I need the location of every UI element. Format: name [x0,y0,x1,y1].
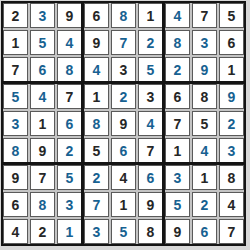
cell-r4c2[interactable]: 4 [30,84,55,109]
cell-r1c1[interactable]: 2 [3,3,28,28]
cell-r2c6[interactable]: 2 [138,30,163,55]
cell-r8c4[interactable]: 7 [84,192,109,217]
cell-r9c9[interactable]: 7 [219,219,244,244]
cell-r3c1[interactable]: 7 [3,57,28,82]
cell-r7c8[interactable]: 1 [192,165,217,190]
cell-r2c5[interactable]: 7 [111,30,136,55]
cell-r4c6[interactable]: 3 [138,84,163,109]
cell-r4c7[interactable]: 6 [165,84,190,109]
cell-r1c4[interactable]: 6 [84,3,109,28]
cell-r7c4[interactable]: 2 [84,165,109,190]
cell-r2c3[interactable]: 4 [57,30,82,55]
cell-r1c2[interactable]: 3 [30,3,55,28]
cell-r9c1[interactable]: 4 [3,219,28,244]
cell-r4c3[interactable]: 7 [57,84,82,109]
cell-r1c6[interactable]: 1 [138,3,163,28]
cell-r2c9[interactable]: 6 [219,30,244,55]
cell-r2c7[interactable]: 8 [165,30,190,55]
cell-r3c9[interactable]: 1 [219,57,244,82]
cell-r3c2[interactable]: 6 [30,57,55,82]
cell-r6c4[interactable]: 5 [84,138,109,163]
cell-r8c5[interactable]: 1 [111,192,136,217]
cell-r3c8[interactable]: 9 [192,57,217,82]
cell-r9c4[interactable]: 3 [84,219,109,244]
cell-r6c3[interactable]: 2 [57,138,82,163]
cell-r5c9[interactable]: 2 [219,111,244,136]
cell-r7c9[interactable]: 8 [219,165,244,190]
cell-r4c1[interactable]: 5 [3,84,28,109]
cell-r5c8[interactable]: 5 [192,111,217,136]
cell-r2c1[interactable]: 1 [3,30,28,55]
cell-r9c8[interactable]: 6 [192,219,217,244]
cell-r5c6[interactable]: 4 [138,111,163,136]
cell-r9c2[interactable]: 2 [30,219,55,244]
cell-r9c3[interactable]: 1 [57,219,82,244]
cell-r2c8[interactable]: 3 [192,30,217,55]
cell-r1c9[interactable]: 5 [219,3,244,28]
cell-r5c3[interactable]: 6 [57,111,82,136]
cell-r4c5[interactable]: 2 [111,84,136,109]
cell-r6c1[interactable]: 8 [3,138,28,163]
cell-r6c8[interactable]: 4 [192,138,217,163]
cell-r7c6[interactable]: 6 [138,165,163,190]
cell-r8c3[interactable]: 3 [57,192,82,217]
cell-r8c1[interactable]: 6 [3,192,28,217]
cell-r7c7[interactable]: 3 [165,165,190,190]
cell-r8c8[interactable]: 2 [192,192,217,217]
cell-r3c4[interactable]: 4 [84,57,109,82]
cell-r8c9[interactable]: 4 [219,192,244,217]
cell-r9c6[interactable]: 8 [138,219,163,244]
cell-r7c5[interactable]: 4 [111,165,136,190]
cell-r2c2[interactable]: 5 [30,30,55,55]
sudoku-page: 2396814751549728367684352915471236893168… [0,0,250,250]
cell-r8c6[interactable]: 9 [138,192,163,217]
cell-r3c6[interactable]: 5 [138,57,163,82]
cell-r6c7[interactable]: 1 [165,138,190,163]
cell-r5c4[interactable]: 8 [84,111,109,136]
cell-r3c5[interactable]: 3 [111,57,136,82]
cell-r1c8[interactable]: 7 [192,3,217,28]
cell-r5c2[interactable]: 1 [30,111,55,136]
cell-r7c3[interactable]: 5 [57,165,82,190]
cell-r6c2[interactable]: 9 [30,138,55,163]
cell-r3c3[interactable]: 8 [57,57,82,82]
cell-r6c6[interactable]: 7 [138,138,163,163]
cell-r1c5[interactable]: 8 [111,3,136,28]
sudoku-board: 2396814751549728367684352915471236893168… [1,1,246,246]
cell-r5c1[interactable]: 3 [3,111,28,136]
cell-r7c1[interactable]: 9 [3,165,28,190]
cell-r4c4[interactable]: 1 [84,84,109,109]
cell-r6c5[interactable]: 6 [111,138,136,163]
cell-r4c8[interactable]: 8 [192,84,217,109]
cell-r2c4[interactable]: 9 [84,30,109,55]
cell-r5c5[interactable]: 9 [111,111,136,136]
cell-r6c9[interactable]: 3 [219,138,244,163]
cell-r1c7[interactable]: 4 [165,3,190,28]
cell-r7c2[interactable]: 7 [30,165,55,190]
cell-r8c2[interactable]: 8 [30,192,55,217]
cell-r1c3[interactable]: 9 [57,3,82,28]
cell-r5c7[interactable]: 7 [165,111,190,136]
cell-r8c7[interactable]: 5 [165,192,190,217]
cell-r3c7[interactable]: 2 [165,57,190,82]
cell-r4c9[interactable]: 9 [219,84,244,109]
cell-r9c7[interactable]: 9 [165,219,190,244]
cell-r9c5[interactable]: 5 [111,219,136,244]
